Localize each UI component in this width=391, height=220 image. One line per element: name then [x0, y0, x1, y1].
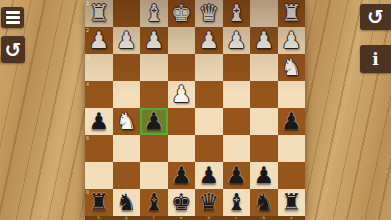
square-e4[interactable]: ♟: [168, 81, 196, 108]
black-queen: ♛: [198, 189, 219, 216]
black-pawn: ♟: [198, 162, 219, 189]
square-b7[interactable]: ♟: [250, 162, 278, 189]
black-king: ♚: [171, 189, 192, 216]
white-pawn: ♟: [171, 81, 192, 108]
white-bishop: ♝: [143, 0, 164, 27]
info-button[interactable]: i: [360, 45, 391, 73]
square-e3[interactable]: [168, 54, 196, 81]
square-a6[interactable]: [278, 135, 306, 162]
square-g5[interactable]: ♞: [113, 108, 141, 135]
file-label-g: g: [113, 216, 141, 220]
square-g8[interactable]: ♞: [113, 189, 141, 216]
rank-label-8: 8: [86, 190, 89, 195]
undo-button[interactable]: ↺: [360, 4, 391, 30]
file-label-f: f: [140, 216, 168, 220]
square-b8[interactable]: ♞: [250, 189, 278, 216]
board-bottom-edge: hgfedcba: [85, 216, 305, 220]
square-e8[interactable]: ♚: [168, 189, 196, 216]
white-pawn: ♟: [226, 27, 247, 54]
black-pawn: ♟: [171, 162, 192, 189]
black-knight: ♞: [116, 189, 137, 216]
square-g7[interactable]: [113, 162, 141, 189]
square-d6[interactable]: [195, 135, 223, 162]
rank-label-3: 3: [86, 55, 89, 60]
file-label-d: d: [195, 216, 223, 220]
square-a4[interactable]: [278, 81, 306, 108]
square-e5[interactable]: [168, 108, 196, 135]
white-queen: ♛: [198, 0, 219, 27]
hamburger-icon: [6, 11, 20, 14]
square-g3[interactable]: [113, 54, 141, 81]
square-a8[interactable]: ♜: [278, 189, 306, 216]
square-d4[interactable]: [195, 81, 223, 108]
info-icon: i: [372, 51, 378, 68]
square-b5[interactable]: [250, 108, 278, 135]
square-d7[interactable]: ♟: [195, 162, 223, 189]
black-knight: ♞: [253, 189, 274, 216]
square-e7[interactable]: ♟: [168, 162, 196, 189]
square-c5[interactable]: [223, 108, 251, 135]
menu-button[interactable]: [1, 7, 24, 28]
white-rook: ♜: [281, 0, 302, 27]
rank-label-5: 5: [86, 109, 89, 114]
white-bishop: ♝: [226, 0, 247, 27]
square-d3[interactable]: [195, 54, 223, 81]
square-f2[interactable]: ♟: [140, 27, 168, 54]
square-c2[interactable]: ♟: [223, 27, 251, 54]
black-bishop: ♝: [226, 189, 247, 216]
rank-label-6: 6: [86, 136, 89, 141]
square-a1[interactable]: ♜: [278, 0, 306, 27]
square-f5[interactable]: ♟: [140, 108, 168, 135]
white-pawn: ♟: [143, 27, 164, 54]
square-g2[interactable]: ♟: [113, 27, 141, 54]
square-c1[interactable]: ♝: [223, 0, 251, 27]
rotate-icon: ↺: [5, 40, 22, 60]
square-g6[interactable]: [113, 135, 141, 162]
black-pawn: ♟: [88, 108, 109, 135]
square-d2[interactable]: ♟: [195, 27, 223, 54]
square-f6[interactable]: [140, 135, 168, 162]
square-d1[interactable]: ♛: [195, 0, 223, 27]
square-f4[interactable]: [140, 81, 168, 108]
black-pawn: ♟: [226, 162, 247, 189]
square-a5[interactable]: ♟: [278, 108, 306, 135]
square-a3[interactable]: ♞: [278, 54, 306, 81]
square-a2[interactable]: ♟: [278, 27, 306, 54]
square-g4[interactable]: [113, 81, 141, 108]
white-pawn: ♟: [198, 27, 219, 54]
white-rook: ♜: [88, 0, 109, 27]
black-pawn: ♟: [143, 108, 164, 135]
square-a7[interactable]: [278, 162, 306, 189]
undo-icon: ↺: [367, 7, 384, 27]
square-b4[interactable]: [250, 81, 278, 108]
square-b1[interactable]: [250, 0, 278, 27]
white-pawn: ♟: [88, 27, 109, 54]
rotate-board-button[interactable]: ↺: [1, 36, 25, 63]
square-f1[interactable]: ♝: [140, 0, 168, 27]
square-c8[interactable]: ♝: [223, 189, 251, 216]
square-d5[interactable]: [195, 108, 223, 135]
black-bishop: ♝: [143, 189, 164, 216]
rank-label-4: 4: [86, 82, 89, 87]
black-rook: ♜: [88, 189, 109, 216]
black-pawn: ♟: [253, 162, 274, 189]
square-c7[interactable]: ♟: [223, 162, 251, 189]
file-label-e: e: [168, 216, 196, 220]
square-c4[interactable]: [223, 81, 251, 108]
square-g1[interactable]: [113, 0, 141, 27]
square-c6[interactable]: [223, 135, 251, 162]
rank-label-2: 2: [86, 28, 89, 33]
square-c3[interactable]: [223, 54, 251, 81]
file-label-a: a: [278, 216, 306, 220]
white-pawn: ♟: [253, 27, 274, 54]
rank-label-1: 1: [86, 1, 89, 6]
black-pawn: ♟: [281, 108, 302, 135]
square-b6[interactable]: [250, 135, 278, 162]
square-b3[interactable]: [250, 54, 278, 81]
white-knight: ♞: [116, 108, 137, 135]
rank-label-7: 7: [86, 163, 89, 168]
black-rook: ♜: [281, 189, 302, 216]
white-pawn: ♟: [281, 27, 302, 54]
square-d8[interactable]: ♛: [195, 189, 223, 216]
file-label-b: b: [250, 216, 278, 220]
file-label-c: c: [223, 216, 251, 220]
square-e1[interactable]: ♚: [168, 0, 196, 27]
square-e2[interactable]: [168, 27, 196, 54]
chess-app-screen: ↺ ↺ i ♜♝♚♛♝♜♟♟♟♟♟♟♟♞♟♟♞♟♟♟♟♟♟♜♞♝♚♛♝♞♜ hg…: [0, 0, 391, 220]
file-label-h: h: [85, 216, 113, 220]
chess-board[interactable]: ♜♝♚♛♝♜♟♟♟♟♟♟♟♞♟♟♞♟♟♟♟♟♟♜♞♝♚♛♝♞♜: [85, 0, 305, 220]
square-f7[interactable]: [140, 162, 168, 189]
white-pawn: ♟: [116, 27, 137, 54]
square-f3[interactable]: [140, 54, 168, 81]
square-e6[interactable]: [168, 135, 196, 162]
square-b2[interactable]: ♟: [250, 27, 278, 54]
square-f8[interactable]: ♝: [140, 189, 168, 216]
white-knight: ♞: [281, 54, 302, 81]
white-king: ♚: [171, 0, 192, 27]
